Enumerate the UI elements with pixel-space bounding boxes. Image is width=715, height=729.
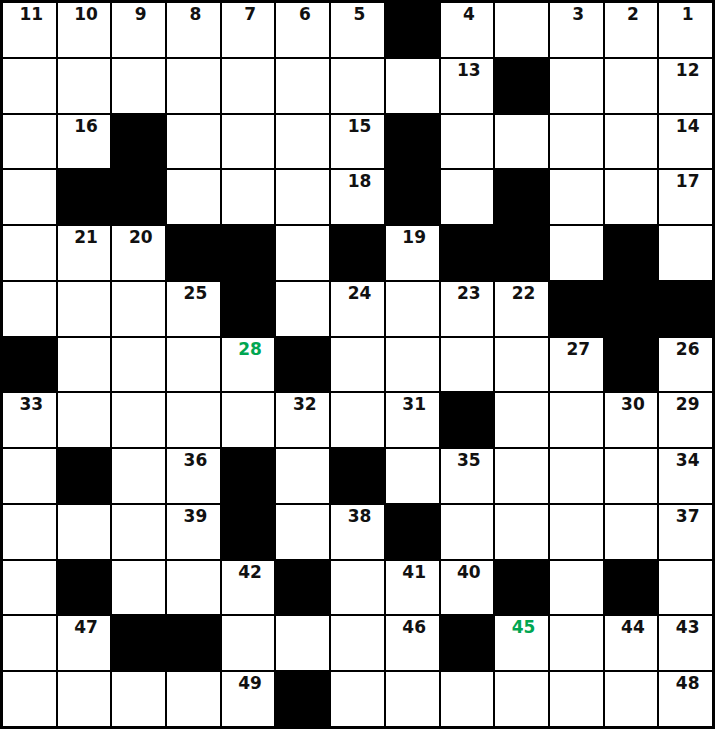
cell-r4-c0[interactable] bbox=[2, 225, 57, 281]
cell-r3-c10[interactable] bbox=[549, 169, 604, 225]
cell-r0-c6[interactable]: 5 bbox=[330, 2, 385, 58]
clue-number-22: 22 bbox=[495, 284, 548, 303]
cell-r9-c9[interactable] bbox=[494, 504, 549, 560]
cell-r3-c0[interactable] bbox=[2, 169, 57, 225]
cell-r11-c1[interactable]: 47 bbox=[57, 615, 112, 671]
clue-number-33: 33 bbox=[3, 395, 56, 414]
clue-number-26: 26 bbox=[659, 340, 712, 359]
clue-number-28-green: 28 bbox=[222, 340, 275, 359]
cell-r6-c8[interactable] bbox=[440, 337, 495, 393]
clue-number-27: 27 bbox=[550, 340, 603, 359]
cell-r2-c0[interactable] bbox=[2, 114, 57, 170]
clue-number-25: 25 bbox=[167, 284, 220, 303]
black-cell-r8-c1 bbox=[57, 448, 112, 504]
clue-number-24: 24 bbox=[331, 284, 384, 303]
clue-number-47: 47 bbox=[58, 618, 111, 637]
cell-r8-c0[interactable] bbox=[2, 448, 57, 504]
cell-r8-c5[interactable] bbox=[275, 448, 330, 504]
cell-r8-c7[interactable] bbox=[385, 448, 440, 504]
cell-r9-c12[interactable]: 37 bbox=[658, 504, 713, 560]
black-cell-r9-c7 bbox=[385, 504, 440, 560]
cell-r10-c2[interactable] bbox=[111, 560, 166, 616]
cell-r1-c7[interactable] bbox=[385, 58, 440, 114]
cell-r8-c10[interactable] bbox=[549, 448, 604, 504]
clue-number-17: 17 bbox=[659, 172, 712, 191]
cell-r8-c12[interactable]: 34 bbox=[658, 448, 713, 504]
cell-r3-c3[interactable] bbox=[166, 169, 221, 225]
cell-r10-c0[interactable] bbox=[2, 560, 57, 616]
cell-r1-c6[interactable] bbox=[330, 58, 385, 114]
cell-r2-c8[interactable] bbox=[440, 114, 495, 170]
cell-r6-c3[interactable] bbox=[166, 337, 221, 393]
cell-r1-c3[interactable] bbox=[166, 58, 221, 114]
cell-r1-c11[interactable] bbox=[604, 58, 659, 114]
cell-r3-c4[interactable] bbox=[221, 169, 276, 225]
cell-r9-c6[interactable]: 38 bbox=[330, 504, 385, 560]
cell-r6-c10[interactable]: 27 bbox=[549, 337, 604, 393]
cell-r7-c7[interactable]: 31 bbox=[385, 392, 440, 448]
black-cell-r6-c0 bbox=[2, 337, 57, 393]
clue-number-11: 11 bbox=[3, 5, 56, 24]
clue-number-19: 19 bbox=[386, 228, 439, 247]
cell-r11-c11[interactable]: 44 bbox=[604, 615, 659, 671]
cell-r4-c10[interactable] bbox=[549, 225, 604, 281]
cell-r8-c3[interactable]: 36 bbox=[166, 448, 221, 504]
cell-r12-c6[interactable] bbox=[330, 671, 385, 727]
cell-r2-c11[interactable] bbox=[604, 114, 659, 170]
clue-number-10: 10 bbox=[58, 5, 111, 24]
cell-r10-c7[interactable]: 41 bbox=[385, 560, 440, 616]
cell-r11-c6[interactable] bbox=[330, 615, 385, 671]
black-cell-r11-c2 bbox=[111, 615, 166, 671]
black-cell-r5-c10 bbox=[549, 281, 604, 337]
cell-r4-c1[interactable]: 21 bbox=[57, 225, 112, 281]
clue-number-41: 41 bbox=[386, 563, 439, 582]
black-cell-r7-c8 bbox=[440, 392, 495, 448]
cell-r7-c9[interactable] bbox=[494, 392, 549, 448]
cell-r1-c2[interactable] bbox=[111, 58, 166, 114]
cell-r7-c1[interactable] bbox=[57, 392, 112, 448]
cell-r1-c8[interactable]: 13 bbox=[440, 58, 495, 114]
black-cell-r0-c7 bbox=[385, 2, 440, 58]
cell-r9-c0[interactable] bbox=[2, 504, 57, 560]
clue-number-15: 15 bbox=[331, 117, 384, 136]
black-cell-r2-c2 bbox=[111, 114, 166, 170]
black-cell-r12-c5 bbox=[275, 671, 330, 727]
cell-r5-c6[interactable]: 24 bbox=[330, 281, 385, 337]
cell-r5-c3[interactable]: 25 bbox=[166, 281, 221, 337]
cell-r2-c9[interactable] bbox=[494, 114, 549, 170]
black-cell-r10-c11 bbox=[604, 560, 659, 616]
cell-r2-c5[interactable] bbox=[275, 114, 330, 170]
cell-r6-c6[interactable] bbox=[330, 337, 385, 393]
black-cell-r6-c5 bbox=[275, 337, 330, 393]
cell-r1-c1[interactable] bbox=[57, 58, 112, 114]
cell-r0-c4[interactable]: 7 bbox=[221, 2, 276, 58]
cell-r0-c10[interactable]: 3 bbox=[549, 2, 604, 58]
cell-r3-c5[interactable] bbox=[275, 169, 330, 225]
clue-number-23: 23 bbox=[441, 284, 494, 303]
black-cell-r10-c1 bbox=[57, 560, 112, 616]
cell-r6-c1[interactable] bbox=[57, 337, 112, 393]
black-cell-r4-c4 bbox=[221, 225, 276, 281]
cell-r1-c10[interactable] bbox=[549, 58, 604, 114]
cell-r0-c11[interactable]: 2 bbox=[604, 2, 659, 58]
cell-r4-c2[interactable]: 20 bbox=[111, 225, 166, 281]
cell-r0-c8[interactable]: 4 bbox=[440, 2, 495, 58]
cell-r9-c8[interactable] bbox=[440, 504, 495, 560]
black-cell-r3-c7 bbox=[385, 169, 440, 225]
cell-r8-c8[interactable]: 35 bbox=[440, 448, 495, 504]
clue-number-3: 3 bbox=[550, 5, 603, 24]
cell-r11-c4[interactable] bbox=[221, 615, 276, 671]
black-cell-r9-c4 bbox=[221, 504, 276, 560]
cell-r10-c8[interactable]: 40 bbox=[440, 560, 495, 616]
black-cell-r11-c8 bbox=[440, 615, 495, 671]
clue-number-31: 31 bbox=[386, 395, 439, 414]
cell-r2-c1[interactable]: 16 bbox=[57, 114, 112, 170]
clue-number-36: 36 bbox=[167, 451, 220, 470]
clue-number-40: 40 bbox=[441, 563, 494, 582]
cell-r12-c1[interactable] bbox=[57, 671, 112, 727]
clue-number-38: 38 bbox=[331, 507, 384, 526]
cell-r12-c8[interactable] bbox=[440, 671, 495, 727]
clue-number-7: 7 bbox=[222, 5, 275, 24]
cell-r6-c12[interactable]: 26 bbox=[658, 337, 713, 393]
cell-r2-c12[interactable]: 14 bbox=[658, 114, 713, 170]
clue-number-32: 32 bbox=[276, 395, 329, 414]
clue-number-48: 48 bbox=[659, 674, 712, 693]
cell-r1-c12[interactable]: 12 bbox=[658, 58, 713, 114]
clue-number-35: 35 bbox=[441, 451, 494, 470]
cell-r7-c0[interactable]: 33 bbox=[2, 392, 57, 448]
black-cell-r4-c8 bbox=[440, 225, 495, 281]
black-cell-r4-c11 bbox=[604, 225, 659, 281]
cell-r7-c11[interactable]: 30 bbox=[604, 392, 659, 448]
cell-r3-c12[interactable]: 17 bbox=[658, 169, 713, 225]
black-cell-r4-c6 bbox=[330, 225, 385, 281]
clue-number-43: 43 bbox=[659, 618, 712, 637]
black-cell-r8-c4 bbox=[221, 448, 276, 504]
cell-r9-c10[interactable] bbox=[549, 504, 604, 560]
clue-number-16: 16 bbox=[58, 117, 111, 136]
clue-number-20: 20 bbox=[112, 228, 165, 247]
cell-r5-c0[interactable] bbox=[2, 281, 57, 337]
crossword-grid: 1110987654321131216151418172120192524232… bbox=[0, 0, 715, 729]
cell-r3-c8[interactable] bbox=[440, 169, 495, 225]
cell-r11-c9[interactable]: 45 bbox=[494, 615, 549, 671]
black-cell-r3-c1 bbox=[57, 169, 112, 225]
cell-r7-c6[interactable] bbox=[330, 392, 385, 448]
cell-r6-c4[interactable]: 28 bbox=[221, 337, 276, 393]
clue-number-46: 46 bbox=[386, 618, 439, 637]
cell-r11-c7[interactable]: 46 bbox=[385, 615, 440, 671]
cell-r0-c1[interactable]: 10 bbox=[57, 2, 112, 58]
cell-r7-c4[interactable] bbox=[221, 392, 276, 448]
clue-number-49: 49 bbox=[222, 674, 275, 693]
cell-r12-c3[interactable] bbox=[166, 671, 221, 727]
cell-r7-c2[interactable] bbox=[111, 392, 166, 448]
cell-r6-c9[interactable] bbox=[494, 337, 549, 393]
black-cell-r6-c11 bbox=[604, 337, 659, 393]
clue-number-9: 9 bbox=[112, 5, 165, 24]
cell-r9-c2[interactable] bbox=[111, 504, 166, 560]
cell-r0-c5[interactable]: 6 bbox=[275, 2, 330, 58]
clue-number-5: 5 bbox=[331, 5, 384, 24]
cell-r5-c8[interactable]: 23 bbox=[440, 281, 495, 337]
cell-r12-c0[interactable] bbox=[2, 671, 57, 727]
clue-number-8: 8 bbox=[167, 5, 220, 24]
clue-number-44: 44 bbox=[605, 618, 658, 637]
cell-r11-c10[interactable] bbox=[549, 615, 604, 671]
cell-r10-c6[interactable] bbox=[330, 560, 385, 616]
cell-r12-c10[interactable] bbox=[549, 671, 604, 727]
cell-r10-c4[interactable]: 42 bbox=[221, 560, 276, 616]
clue-number-45-green: 45 bbox=[495, 618, 548, 637]
cell-r2-c4[interactable] bbox=[221, 114, 276, 170]
clue-number-21: 21 bbox=[58, 228, 111, 247]
cell-r9-c1[interactable] bbox=[57, 504, 112, 560]
cell-r7-c12[interactable]: 29 bbox=[658, 392, 713, 448]
cell-r2-c6[interactable]: 15 bbox=[330, 114, 385, 170]
cell-r10-c10[interactable] bbox=[549, 560, 604, 616]
cell-r3-c6[interactable]: 18 bbox=[330, 169, 385, 225]
clue-number-39: 39 bbox=[167, 507, 220, 526]
cell-r0-c9[interactable] bbox=[494, 2, 549, 58]
clue-number-13: 13 bbox=[441, 61, 494, 80]
cell-r11-c12[interactable]: 43 bbox=[658, 615, 713, 671]
cell-r8-c2[interactable] bbox=[111, 448, 166, 504]
cell-r2-c3[interactable] bbox=[166, 114, 221, 170]
black-cell-r5-c4 bbox=[221, 281, 276, 337]
cell-r9-c5[interactable] bbox=[275, 504, 330, 560]
cell-r1-c0[interactable] bbox=[2, 58, 57, 114]
cell-r0-c2[interactable]: 9 bbox=[111, 2, 166, 58]
cell-r5-c5[interactable] bbox=[275, 281, 330, 337]
clue-number-29: 29 bbox=[659, 395, 712, 414]
black-cell-r10-c9 bbox=[494, 560, 549, 616]
cell-r4-c5[interactable] bbox=[275, 225, 330, 281]
cell-r5-c7[interactable] bbox=[385, 281, 440, 337]
clue-number-2: 2 bbox=[605, 5, 658, 24]
black-cell-r5-c11 bbox=[604, 281, 659, 337]
cell-r7-c3[interactable] bbox=[166, 392, 221, 448]
cell-r0-c0[interactable]: 11 bbox=[2, 2, 57, 58]
cell-r8-c11[interactable] bbox=[604, 448, 659, 504]
clue-number-37: 37 bbox=[659, 507, 712, 526]
clue-number-1: 1 bbox=[659, 5, 712, 24]
cell-r1-c4[interactable] bbox=[221, 58, 276, 114]
cell-r12-c4[interactable]: 49 bbox=[221, 671, 276, 727]
clue-number-12: 12 bbox=[659, 61, 712, 80]
cell-r0-c12[interactable]: 1 bbox=[658, 2, 713, 58]
black-cell-r4-c3 bbox=[166, 225, 221, 281]
cell-r7-c10[interactable] bbox=[549, 392, 604, 448]
cell-r5-c2[interactable] bbox=[111, 281, 166, 337]
cell-r1-c5[interactable] bbox=[275, 58, 330, 114]
black-cell-r2-c7 bbox=[385, 114, 440, 170]
black-cell-r1-c9 bbox=[494, 58, 549, 114]
clue-number-18: 18 bbox=[331, 172, 384, 191]
cell-r5-c9[interactable]: 22 bbox=[494, 281, 549, 337]
cell-r10-c3[interactable] bbox=[166, 560, 221, 616]
cell-r12-c12[interactable]: 48 bbox=[658, 671, 713, 727]
clue-number-30: 30 bbox=[605, 395, 658, 414]
cell-r4-c7[interactable]: 19 bbox=[385, 225, 440, 281]
black-cell-r4-c9 bbox=[494, 225, 549, 281]
cell-r6-c7[interactable] bbox=[385, 337, 440, 393]
cell-r3-c11[interactable] bbox=[604, 169, 659, 225]
cell-r11-c5[interactable] bbox=[275, 615, 330, 671]
cell-r6-c2[interactable] bbox=[111, 337, 166, 393]
cell-r5-c1[interactable] bbox=[57, 281, 112, 337]
black-cell-r11-c3 bbox=[166, 615, 221, 671]
cell-r7-c5[interactable]: 32 bbox=[275, 392, 330, 448]
clue-number-42: 42 bbox=[222, 563, 275, 582]
cell-r9-c3[interactable]: 39 bbox=[166, 504, 221, 560]
cell-r11-c0[interactable] bbox=[2, 615, 57, 671]
cell-r9-c11[interactable] bbox=[604, 504, 659, 560]
cell-r0-c3[interactable]: 8 bbox=[166, 2, 221, 58]
clue-number-4: 4 bbox=[441, 5, 494, 24]
clue-number-14: 14 bbox=[659, 117, 712, 136]
cell-r4-c12[interactable] bbox=[658, 225, 713, 281]
black-cell-r5-c12 bbox=[658, 281, 713, 337]
cell-r12-c2[interactable] bbox=[111, 671, 166, 727]
black-cell-r3-c2 bbox=[111, 169, 166, 225]
clue-number-6: 6 bbox=[276, 5, 329, 24]
cell-r10-c12[interactable] bbox=[658, 560, 713, 616]
black-cell-r10-c5 bbox=[275, 560, 330, 616]
cell-r2-c10[interactable] bbox=[549, 114, 604, 170]
cell-r12-c9[interactable] bbox=[494, 671, 549, 727]
cell-r12-c7[interactable] bbox=[385, 671, 440, 727]
clue-number-34: 34 bbox=[659, 451, 712, 470]
black-cell-r8-c6 bbox=[330, 448, 385, 504]
cell-r8-c9[interactable] bbox=[494, 448, 549, 504]
cell-r12-c11[interactable] bbox=[604, 671, 659, 727]
black-cell-r3-c9 bbox=[494, 169, 549, 225]
